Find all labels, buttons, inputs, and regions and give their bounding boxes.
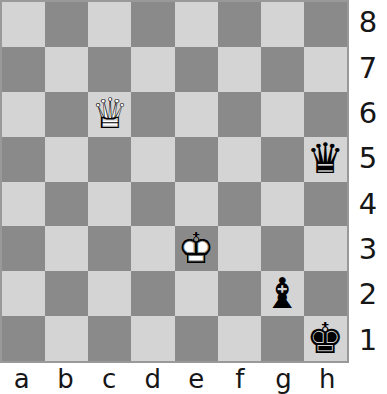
square-c1[interactable] — [88, 316, 131, 361]
square-h7[interactable] — [304, 47, 347, 92]
rank-label-5: 5 — [349, 136, 387, 181]
white-queen-outline-layer: ♕ — [91, 89, 129, 138]
square-b2[interactable] — [45, 271, 88, 316]
square-d5[interactable] — [131, 137, 174, 182]
rank-label-6: 6 — [349, 91, 387, 136]
square-d6[interactable] — [131, 92, 174, 137]
square-h5[interactable]: ♛ — [304, 137, 347, 182]
square-a5[interactable] — [2, 137, 45, 182]
black-queen[interactable]: ♛ — [307, 138, 345, 180]
square-e7[interactable] — [175, 47, 218, 92]
rank-label-7: 7 — [349, 45, 387, 90]
square-c7[interactable] — [88, 47, 131, 92]
square-a2[interactable] — [2, 271, 45, 316]
file-label-a: a — [0, 363, 44, 394]
square-b4[interactable] — [45, 182, 88, 227]
square-h1[interactable]: ♚ — [304, 316, 347, 361]
square-f1[interactable] — [218, 316, 261, 361]
square-b8[interactable] — [45, 2, 88, 47]
square-e1[interactable] — [175, 316, 218, 361]
square-a7[interactable] — [2, 47, 45, 92]
square-b1[interactable] — [45, 316, 88, 361]
square-g5[interactable] — [261, 137, 304, 182]
square-e2[interactable] — [175, 271, 218, 316]
square-f5[interactable] — [218, 137, 261, 182]
square-a6[interactable] — [2, 92, 45, 137]
square-d1[interactable] — [131, 316, 174, 361]
square-h3[interactable] — [304, 226, 347, 271]
square-g6[interactable] — [261, 92, 304, 137]
white-king[interactable]: ♚♔ — [177, 228, 215, 270]
square-e4[interactable] — [175, 182, 218, 227]
square-g3[interactable] — [261, 226, 304, 271]
file-labels: abcdefgh — [0, 363, 349, 394]
square-h8[interactable] — [304, 2, 347, 47]
square-a3[interactable] — [2, 226, 45, 271]
rank-label-2: 2 — [349, 272, 387, 317]
file-label-e: e — [175, 363, 219, 394]
rank-labels: 87654321 — [349, 0, 387, 363]
square-b7[interactable] — [45, 47, 88, 92]
file-label-b: b — [44, 363, 88, 394]
square-a8[interactable] — [2, 2, 45, 47]
square-c4[interactable] — [88, 182, 131, 227]
square-a1[interactable] — [2, 316, 45, 361]
square-a4[interactable] — [2, 182, 45, 227]
square-h4[interactable] — [304, 182, 347, 227]
square-e6[interactable] — [175, 92, 218, 137]
square-h2[interactable] — [304, 271, 347, 316]
square-c3[interactable] — [88, 226, 131, 271]
file-label-h: h — [305, 363, 349, 394]
white-king-outline-layer: ♔ — [177, 224, 215, 273]
square-d2[interactable] — [131, 271, 174, 316]
square-f7[interactable] — [218, 47, 261, 92]
square-f2[interactable] — [218, 271, 261, 316]
square-c6[interactable]: ♛♕ — [88, 92, 131, 137]
square-g2[interactable]: ♝ — [261, 271, 304, 316]
square-b5[interactable] — [45, 137, 88, 182]
square-g7[interactable] — [261, 47, 304, 92]
rank-label-1: 1 — [349, 318, 387, 363]
file-label-d: d — [131, 363, 175, 394]
square-f3[interactable] — [218, 226, 261, 271]
square-c8[interactable] — [88, 2, 131, 47]
square-d3[interactable] — [131, 226, 174, 271]
black-bishop[interactable]: ♝ — [263, 273, 301, 315]
rank-label-4: 4 — [349, 182, 387, 227]
rank-label-8: 8 — [349, 0, 387, 45]
square-h6[interactable] — [304, 92, 347, 137]
square-f4[interactable] — [218, 182, 261, 227]
square-f8[interactable] — [218, 2, 261, 47]
black-king[interactable]: ♚ — [307, 318, 345, 360]
square-e8[interactable] — [175, 2, 218, 47]
white-queen[interactable]: ♛♕ — [91, 93, 129, 135]
square-d7[interactable] — [131, 47, 174, 92]
square-g1[interactable] — [261, 316, 304, 361]
chess-board: ♛♕♛♚♔♝♚ — [0, 0, 349, 363]
square-d8[interactable] — [131, 2, 174, 47]
square-f6[interactable] — [218, 92, 261, 137]
square-e5[interactable] — [175, 137, 218, 182]
file-label-f: f — [218, 363, 262, 394]
square-c2[interactable] — [88, 271, 131, 316]
square-c5[interactable] — [88, 137, 131, 182]
square-d4[interactable] — [131, 182, 174, 227]
square-g8[interactable] — [261, 2, 304, 47]
file-label-c: c — [87, 363, 131, 394]
square-b3[interactable] — [45, 226, 88, 271]
square-b6[interactable] — [45, 92, 88, 137]
square-e3[interactable]: ♚♔ — [175, 226, 218, 271]
file-label-g: g — [262, 363, 306, 394]
square-g4[interactable] — [261, 182, 304, 227]
rank-label-3: 3 — [349, 227, 387, 272]
